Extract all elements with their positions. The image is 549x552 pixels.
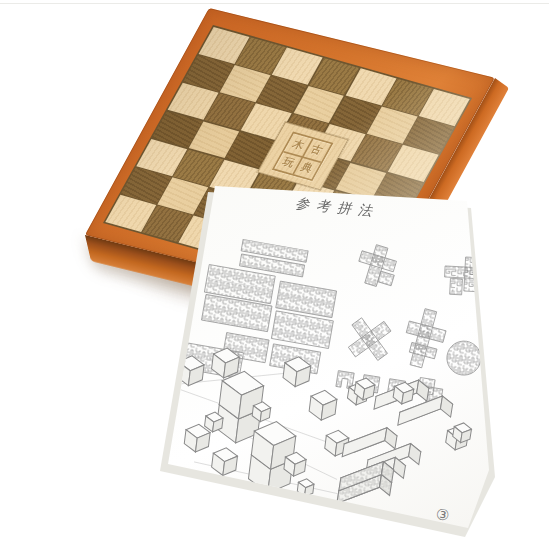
seal-char: 典: [293, 156, 321, 179]
seal-char: 玩: [274, 151, 302, 174]
product-photo-scene: 木古玩典 参考拼法: [0, 0, 549, 552]
page-divider-line: [0, 3, 549, 4]
sheet-title: 参考拼法: [294, 195, 415, 225]
maker-seal: 木古玩典: [272, 131, 333, 181]
seal-char: 木: [284, 133, 312, 156]
seal-char: 古: [303, 138, 331, 161]
